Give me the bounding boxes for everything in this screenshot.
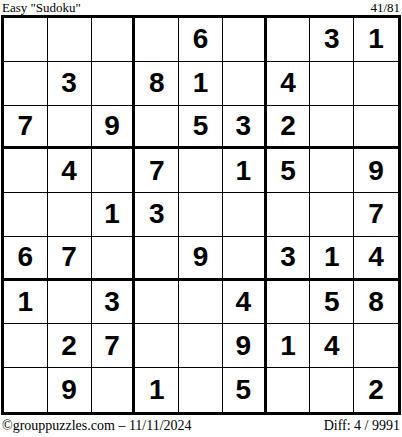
cell-r5c4[interactable]: 3	[135, 193, 179, 237]
cell-r5c5[interactable]	[179, 193, 223, 237]
cell-r1c4[interactable]	[135, 18, 179, 62]
cell-r4c5[interactable]	[179, 149, 223, 193]
cell-r5c8[interactable]	[310, 193, 354, 237]
cell-r8c1[interactable]	[4, 324, 48, 368]
cell-r4c4[interactable]: 7	[135, 149, 179, 193]
cell-r3c1[interactable]: 7	[4, 106, 48, 150]
cell-r9c9[interactable]: 2	[354, 368, 398, 412]
cell-r6c7[interactable]: 3	[267, 237, 311, 281]
cell-r1c7[interactable]	[267, 18, 311, 62]
cell-r3c3[interactable]: 9	[92, 106, 136, 150]
cell-r3c8[interactable]	[310, 106, 354, 150]
copyright-text: ©grouppuzzles.com – 11/11/2024	[2, 419, 192, 433]
cell-r2c7[interactable]: 4	[267, 62, 311, 106]
cell-r8c7[interactable]: 1	[267, 324, 311, 368]
cell-r2c4[interactable]: 8	[135, 62, 179, 106]
cell-r3c4[interactable]	[135, 106, 179, 150]
cell-r4c6[interactable]: 1	[223, 149, 267, 193]
cell-r9c1[interactable]	[4, 368, 48, 412]
cell-r4c1[interactable]	[4, 149, 48, 193]
cell-r5c9[interactable]: 7	[354, 193, 398, 237]
cell-r5c1[interactable]	[4, 193, 48, 237]
cell-r6c5[interactable]: 9	[179, 237, 223, 281]
cell-r7c5[interactable]	[179, 281, 223, 325]
cell-r6c1[interactable]: 6	[4, 237, 48, 281]
cell-r8c5[interactable]	[179, 324, 223, 368]
cell-r3c2[interactable]	[48, 106, 92, 150]
cell-r5c2[interactable]	[48, 193, 92, 237]
cell-r7c8[interactable]: 5	[310, 281, 354, 325]
cell-r7c6[interactable]: 4	[223, 281, 267, 325]
cell-r9c2[interactable]: 9	[48, 368, 92, 412]
cell-r4c7[interactable]: 5	[267, 149, 311, 193]
cell-r9c5[interactable]	[179, 368, 223, 412]
cell-r3c5[interactable]: 5	[179, 106, 223, 150]
cell-r5c7[interactable]	[267, 193, 311, 237]
cell-r8c4[interactable]	[135, 324, 179, 368]
cell-r7c1[interactable]: 1	[4, 281, 48, 325]
cell-r9c7[interactable]	[267, 368, 311, 412]
cell-r3c9[interactable]	[354, 106, 398, 150]
cell-r1c1[interactable]	[4, 18, 48, 62]
cell-r1c8[interactable]: 3	[310, 18, 354, 62]
cell-r4c3[interactable]	[92, 149, 136, 193]
cell-r7c7[interactable]	[267, 281, 311, 325]
sudoku-board: 6313814795324715913767931413458279149152	[1, 15, 401, 415]
cell-r2c5[interactable]: 1	[179, 62, 223, 106]
cell-r1c9[interactable]: 1	[354, 18, 398, 62]
cell-r6c2[interactable]: 7	[48, 237, 92, 281]
cell-r8c6[interactable]: 9	[223, 324, 267, 368]
cell-r6c4[interactable]	[135, 237, 179, 281]
cell-r9c3[interactable]	[92, 368, 136, 412]
cell-r2c8[interactable]	[310, 62, 354, 106]
cell-r8c3[interactable]: 7	[92, 324, 136, 368]
cell-r7c3[interactable]: 3	[92, 281, 136, 325]
cell-r2c9[interactable]	[354, 62, 398, 106]
cell-r6c6[interactable]	[223, 237, 267, 281]
cell-r9c6[interactable]: 5	[223, 368, 267, 412]
cell-r9c4[interactable]: 1	[135, 368, 179, 412]
cell-r5c3[interactable]: 1	[92, 193, 136, 237]
cell-r8c9[interactable]	[354, 324, 398, 368]
cell-r8c2[interactable]: 2	[48, 324, 92, 368]
page-title: Easy "Sudoku"	[2, 1, 81, 14]
puzzle-page: Easy "Sudoku" 41/81 63138147953247159137…	[0, 0, 402, 437]
header: Easy "Sudoku" 41/81	[0, 0, 402, 15]
cell-r1c3[interactable]	[92, 18, 136, 62]
clue-counter: 41/81	[370, 1, 400, 14]
cell-r3c6[interactable]: 3	[223, 106, 267, 150]
cell-r2c3[interactable]	[92, 62, 136, 106]
cell-r7c4[interactable]	[135, 281, 179, 325]
cell-r2c6[interactable]	[223, 62, 267, 106]
cell-r6c9[interactable]: 4	[354, 237, 398, 281]
cell-r7c9[interactable]: 8	[354, 281, 398, 325]
cell-r6c3[interactable]	[92, 237, 136, 281]
difficulty-text: Diff: 4 / 9991	[324, 419, 400, 433]
cell-r8c8[interactable]: 4	[310, 324, 354, 368]
cell-r9c8[interactable]	[310, 368, 354, 412]
cell-r4c2[interactable]: 4	[48, 149, 92, 193]
cell-r1c2[interactable]	[48, 18, 92, 62]
cell-r3c7[interactable]: 2	[267, 106, 311, 150]
cell-r2c2[interactable]: 3	[48, 62, 92, 106]
cell-r1c6[interactable]	[223, 18, 267, 62]
cell-r4c9[interactable]: 9	[354, 149, 398, 193]
cell-r6c8[interactable]: 1	[310, 237, 354, 281]
cell-r7c2[interactable]	[48, 281, 92, 325]
footer: ©grouppuzzles.com – 11/11/2024 Diff: 4 /…	[0, 415, 402, 437]
cell-r5c6[interactable]	[223, 193, 267, 237]
cell-r2c1[interactable]	[4, 62, 48, 106]
cell-r1c5[interactable]: 6	[179, 18, 223, 62]
cell-r4c8[interactable]	[310, 149, 354, 193]
